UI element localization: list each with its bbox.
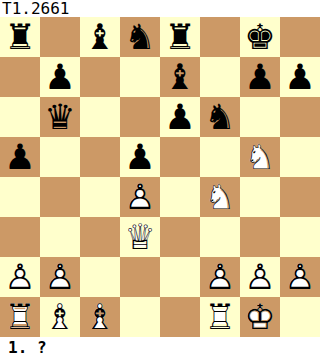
black-bishop-icon[interactable]: ♝ — [80, 17, 120, 57]
white-rook-icon[interactable]: ♜♖ — [0, 297, 40, 337]
square-c1[interactable]: ♝♗ — [80, 297, 120, 337]
piece-glyph: ♞ — [120, 17, 160, 57]
square-e7[interactable]: ♝ — [160, 57, 200, 97]
square-a1[interactable]: ♜♖ — [0, 297, 40, 337]
square-g1[interactable]: ♚♔ — [240, 297, 280, 337]
piece-glyph: ♟ — [0, 137, 40, 177]
square-h7[interactable]: ♟ — [280, 57, 320, 97]
square-b1[interactable]: ♝♗ — [40, 297, 80, 337]
square-d8[interactable]: ♞ — [120, 17, 160, 57]
white-pawn-icon[interactable]: ♟♙ — [40, 257, 80, 297]
square-f8[interactable] — [200, 17, 240, 57]
piece-outline-layer: ♖ — [200, 297, 240, 337]
white-pawn-icon[interactable]: ♟♙ — [120, 177, 160, 217]
square-d2[interactable] — [120, 257, 160, 297]
square-h3[interactable] — [280, 217, 320, 257]
black-rook-icon[interactable]: ♜ — [160, 17, 200, 57]
piece-glyph: ♝ — [80, 17, 120, 57]
square-h6[interactable] — [280, 97, 320, 137]
square-a3[interactable] — [0, 217, 40, 257]
piece-glyph: ♝ — [160, 57, 200, 97]
black-pawn-icon[interactable]: ♟ — [40, 57, 80, 97]
square-e3[interactable] — [160, 217, 200, 257]
white-knight-icon[interactable]: ♞♘ — [240, 137, 280, 177]
black-queen-icon[interactable]: ♛ — [40, 97, 80, 137]
piece-outline-layer: ♙ — [200, 257, 240, 297]
piece-outline-layer: ♕ — [120, 217, 160, 257]
square-e1[interactable] — [160, 297, 200, 337]
square-c3[interactable] — [80, 217, 120, 257]
square-c8[interactable]: ♝ — [80, 17, 120, 57]
square-a7[interactable] — [0, 57, 40, 97]
white-bishop-icon[interactable]: ♝♗ — [80, 297, 120, 337]
square-g8[interactable]: ♚ — [240, 17, 280, 57]
square-e6[interactable]: ♟ — [160, 97, 200, 137]
piece-glyph: ♟ — [160, 97, 200, 137]
black-pawn-icon[interactable]: ♟ — [240, 57, 280, 97]
square-c4[interactable] — [80, 177, 120, 217]
square-f1[interactable]: ♜♖ — [200, 297, 240, 337]
square-b3[interactable] — [40, 217, 80, 257]
square-c2[interactable] — [80, 257, 120, 297]
square-a8[interactable]: ♜ — [0, 17, 40, 57]
square-g7[interactable]: ♟ — [240, 57, 280, 97]
piece-outline-layer: ♗ — [40, 297, 80, 337]
white-bishop-icon[interactable]: ♝♗ — [40, 297, 80, 337]
piece-glyph: ♜ — [0, 17, 40, 57]
square-a2[interactable]: ♟♙ — [0, 257, 40, 297]
square-f5[interactable] — [200, 137, 240, 177]
square-f6[interactable]: ♞ — [200, 97, 240, 137]
square-d3[interactable]: ♛♕ — [120, 217, 160, 257]
piece-glyph: ♟ — [280, 57, 320, 97]
piece-glyph: ♜ — [160, 17, 200, 57]
square-g6[interactable] — [240, 97, 280, 137]
black-rook-icon[interactable]: ♜ — [0, 17, 40, 57]
square-d1[interactable] — [120, 297, 160, 337]
square-d7[interactable] — [120, 57, 160, 97]
piece-outline-layer: ♘ — [200, 177, 240, 217]
piece-outline-layer: ♖ — [0, 297, 40, 337]
piece-glyph: ♟ — [240, 57, 280, 97]
piece-glyph: ♞ — [200, 97, 240, 137]
piece-outline-layer: ♙ — [280, 257, 320, 297]
square-b5[interactable] — [40, 137, 80, 177]
square-a5[interactable]: ♟ — [0, 137, 40, 177]
piece-glyph: ♟ — [120, 137, 160, 177]
black-king-icon[interactable]: ♚ — [240, 17, 280, 57]
square-f3[interactable] — [200, 217, 240, 257]
white-knight-icon[interactable]: ♞♘ — [200, 177, 240, 217]
square-g4[interactable] — [240, 177, 280, 217]
piece-glyph: ♟ — [40, 57, 80, 97]
square-h4[interactable] — [280, 177, 320, 217]
black-knight-icon[interactable]: ♞ — [120, 17, 160, 57]
square-h8[interactable] — [280, 17, 320, 57]
white-pawn-icon[interactable]: ♟♙ — [0, 257, 40, 297]
square-e5[interactable] — [160, 137, 200, 177]
black-pawn-icon[interactable]: ♟ — [120, 137, 160, 177]
square-d6[interactable] — [120, 97, 160, 137]
piece-glyph: ♚ — [240, 17, 280, 57]
square-f4[interactable]: ♞♘ — [200, 177, 240, 217]
square-b8[interactable] — [40, 17, 80, 57]
square-f7[interactable] — [200, 57, 240, 97]
piece-outline-layer: ♙ — [0, 257, 40, 297]
square-h2[interactable]: ♟♙ — [280, 257, 320, 297]
piece-outline-layer: ♙ — [240, 257, 280, 297]
square-f2[interactable]: ♟♙ — [200, 257, 240, 297]
piece-outline-layer: ♔ — [240, 297, 280, 337]
white-pawn-icon[interactable]: ♟♙ — [240, 257, 280, 297]
square-a6[interactable] — [0, 97, 40, 137]
square-b4[interactable] — [40, 177, 80, 217]
page-title: T1.2661 — [0, 0, 320, 17]
square-c6[interactable] — [80, 97, 120, 137]
piece-outline-layer: ♙ — [120, 177, 160, 217]
square-h1[interactable] — [280, 297, 320, 337]
square-c7[interactable] — [80, 57, 120, 97]
square-g3[interactable] — [240, 217, 280, 257]
black-pawn-icon[interactable]: ♟ — [280, 57, 320, 97]
square-g2[interactable]: ♟♙ — [240, 257, 280, 297]
white-rook-icon[interactable]: ♜♖ — [200, 297, 240, 337]
move-prompt: 1. ? — [0, 337, 320, 360]
black-bishop-icon[interactable]: ♝ — [160, 57, 200, 97]
white-king-icon[interactable]: ♚♔ — [240, 297, 280, 337]
square-b6[interactable]: ♛ — [40, 97, 80, 137]
square-c5[interactable] — [80, 137, 120, 177]
square-d5[interactable]: ♟ — [120, 137, 160, 177]
white-pawn-icon[interactable]: ♟♙ — [280, 257, 320, 297]
white-queen-icon[interactable]: ♛♕ — [120, 217, 160, 257]
white-pawn-icon[interactable]: ♟♙ — [200, 257, 240, 297]
square-g5[interactable]: ♞♘ — [240, 137, 280, 177]
square-e4[interactable] — [160, 177, 200, 217]
square-h5[interactable] — [280, 137, 320, 177]
chess-board: ♜♝♞♜♚♟♝♟♟♛♟♞♟♟♞♘♟♙♞♘♛♕♟♙♟♙♟♙♟♙♟♙♜♖♝♗♝♗♜♖… — [0, 17, 320, 337]
black-pawn-icon[interactable]: ♟ — [160, 97, 200, 137]
square-a4[interactable] — [0, 177, 40, 217]
black-knight-icon[interactable]: ♞ — [200, 97, 240, 137]
piece-outline-layer: ♗ — [80, 297, 120, 337]
piece-outline-layer: ♙ — [40, 257, 80, 297]
square-e8[interactable]: ♜ — [160, 17, 200, 57]
square-e2[interactable] — [160, 257, 200, 297]
piece-outline-layer: ♘ — [240, 137, 280, 177]
square-b2[interactable]: ♟♙ — [40, 257, 80, 297]
piece-glyph: ♛ — [40, 97, 80, 137]
square-b7[interactable]: ♟ — [40, 57, 80, 97]
square-d4[interactable]: ♟♙ — [120, 177, 160, 217]
black-pawn-icon[interactable]: ♟ — [0, 137, 40, 177]
